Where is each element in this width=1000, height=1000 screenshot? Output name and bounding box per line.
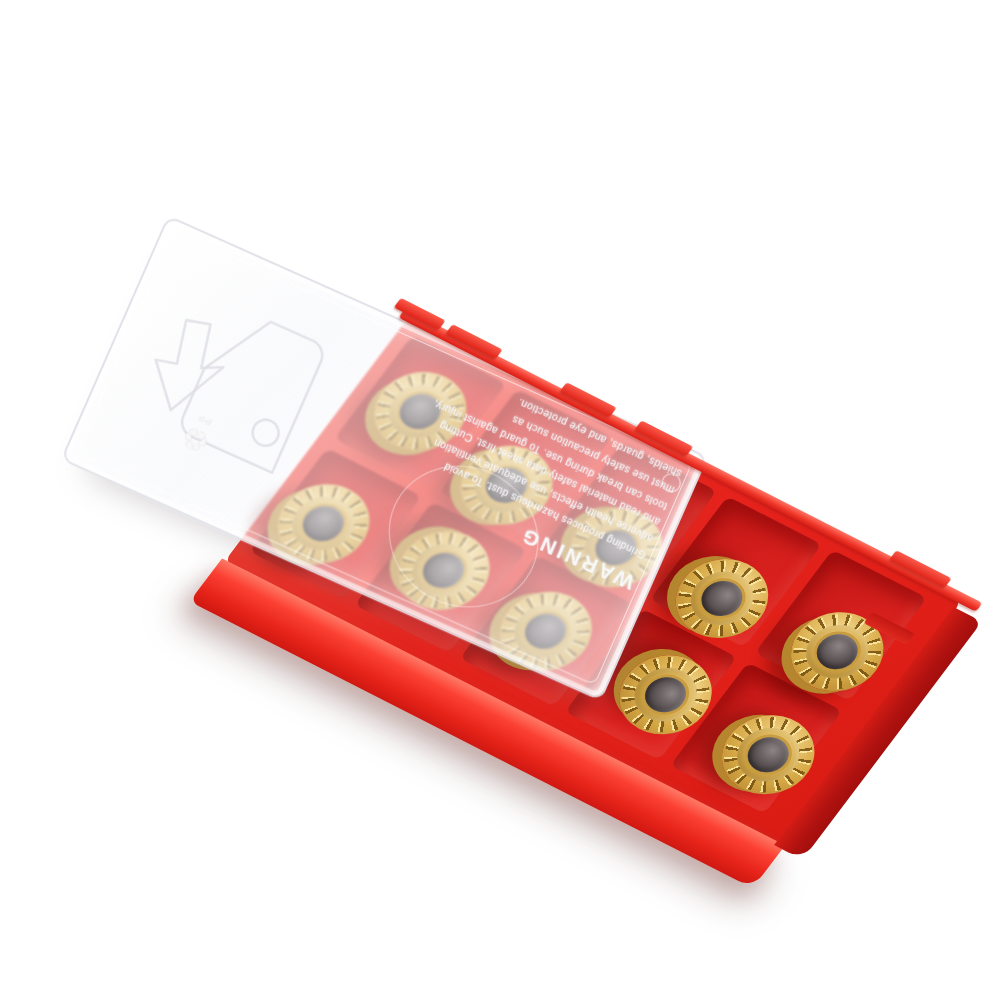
product-photo: WARNING Grinding produces hazardous dust… (0, 0, 1000, 1000)
